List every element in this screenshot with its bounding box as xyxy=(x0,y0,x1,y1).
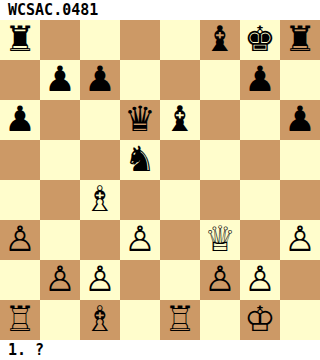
square-a8[interactable]: ♜ xyxy=(0,20,40,60)
square-f2[interactable]: ♙ xyxy=(200,260,240,300)
white-pawn-piece: ♙ xyxy=(284,220,315,259)
white-bishop-piece: ♗ xyxy=(84,180,115,219)
square-c4[interactable]: ♗ xyxy=(80,180,120,220)
square-g8[interactable]: ♚ xyxy=(240,20,280,60)
square-c5[interactable] xyxy=(80,140,120,180)
square-f8[interactable]: ♝ xyxy=(200,20,240,60)
square-a2[interactable] xyxy=(0,260,40,300)
square-c1[interactable]: ♗ xyxy=(80,300,120,340)
white-king-piece: ♔ xyxy=(244,300,275,339)
chess-app-window: WCSAC.0481 ♜♝♚♜♟♟♟♟♛♝♟♞♗♙♙♕♙♙♙♙♙♖♗♖♔ 1. … xyxy=(0,0,320,360)
black-rook-piece: ♜ xyxy=(284,20,315,59)
square-g7[interactable]: ♟ xyxy=(240,60,280,100)
black-bishop-piece: ♝ xyxy=(204,20,235,59)
square-d1[interactable] xyxy=(120,300,160,340)
white-pawn-piece: ♙ xyxy=(244,260,275,299)
black-pawn-piece: ♟ xyxy=(44,60,75,99)
black-pawn-piece: ♟ xyxy=(244,60,275,99)
square-g4[interactable] xyxy=(240,180,280,220)
square-c3[interactable] xyxy=(80,220,120,260)
square-e5[interactable] xyxy=(160,140,200,180)
square-b3[interactable] xyxy=(40,220,80,260)
square-a3[interactable]: ♙ xyxy=(0,220,40,260)
square-h7[interactable] xyxy=(280,60,320,100)
black-knight-piece: ♞ xyxy=(124,140,155,179)
square-f3[interactable]: ♕ xyxy=(200,220,240,260)
white-pawn-piece: ♙ xyxy=(44,260,75,299)
square-h3[interactable]: ♙ xyxy=(280,220,320,260)
black-pawn-piece: ♟ xyxy=(84,60,115,99)
white-pawn-piece: ♙ xyxy=(84,260,115,299)
black-pawn-piece: ♟ xyxy=(4,100,35,139)
square-d4[interactable] xyxy=(120,180,160,220)
square-c8[interactable] xyxy=(80,20,120,60)
square-h2[interactable] xyxy=(280,260,320,300)
square-e4[interactable] xyxy=(160,180,200,220)
square-d8[interactable] xyxy=(120,20,160,60)
square-b2[interactable]: ♙ xyxy=(40,260,80,300)
square-e7[interactable] xyxy=(160,60,200,100)
square-a4[interactable] xyxy=(0,180,40,220)
square-h8[interactable]: ♜ xyxy=(280,20,320,60)
square-b5[interactable] xyxy=(40,140,80,180)
square-a5[interactable] xyxy=(0,140,40,180)
square-f4[interactable] xyxy=(200,180,240,220)
square-b4[interactable] xyxy=(40,180,80,220)
square-a6[interactable]: ♟ xyxy=(0,100,40,140)
square-e2[interactable] xyxy=(160,260,200,300)
square-d7[interactable] xyxy=(120,60,160,100)
square-g3[interactable] xyxy=(240,220,280,260)
chess-board: ♜♝♚♜♟♟♟♟♛♝♟♞♗♙♙♕♙♙♙♙♙♖♗♖♔ xyxy=(0,20,320,340)
square-d3[interactable]: ♙ xyxy=(120,220,160,260)
square-e6[interactable]: ♝ xyxy=(160,100,200,140)
square-c7[interactable]: ♟ xyxy=(80,60,120,100)
white-queen-piece: ♕ xyxy=(204,220,235,259)
square-g1[interactable]: ♔ xyxy=(240,300,280,340)
square-g5[interactable] xyxy=(240,140,280,180)
square-f7[interactable] xyxy=(200,60,240,100)
black-bishop-piece: ♝ xyxy=(164,100,195,139)
puzzle-id-label: WCSAC.0481 xyxy=(0,0,320,20)
square-f1[interactable] xyxy=(200,300,240,340)
square-a7[interactable] xyxy=(0,60,40,100)
square-f5[interactable] xyxy=(200,140,240,180)
white-pawn-piece: ♙ xyxy=(124,220,155,259)
square-b7[interactable]: ♟ xyxy=(40,60,80,100)
square-h4[interactable] xyxy=(280,180,320,220)
square-h1[interactable] xyxy=(280,300,320,340)
white-pawn-piece: ♙ xyxy=(4,220,35,259)
square-e1[interactable]: ♖ xyxy=(160,300,200,340)
square-b1[interactable] xyxy=(40,300,80,340)
move-prompt-label: 1. ? xyxy=(0,340,320,360)
square-g2[interactable]: ♙ xyxy=(240,260,280,300)
square-d2[interactable] xyxy=(120,260,160,300)
square-c2[interactable]: ♙ xyxy=(80,260,120,300)
square-d6[interactable]: ♛ xyxy=(120,100,160,140)
white-bishop-piece: ♗ xyxy=(84,300,115,339)
square-d5[interactable]: ♞ xyxy=(120,140,160,180)
white-rook-piece: ♖ xyxy=(164,300,195,339)
square-h5[interactable] xyxy=(280,140,320,180)
white-rook-piece: ♖ xyxy=(4,300,35,339)
square-b8[interactable] xyxy=(40,20,80,60)
square-e8[interactable] xyxy=(160,20,200,60)
square-b6[interactable] xyxy=(40,100,80,140)
square-a1[interactable]: ♖ xyxy=(0,300,40,340)
white-pawn-piece: ♙ xyxy=(204,260,235,299)
square-c6[interactable] xyxy=(80,100,120,140)
black-rook-piece: ♜ xyxy=(4,20,35,59)
square-h6[interactable]: ♟ xyxy=(280,100,320,140)
black-king-piece: ♚ xyxy=(244,20,275,59)
black-pawn-piece: ♟ xyxy=(284,100,315,139)
square-g6[interactable] xyxy=(240,100,280,140)
square-f6[interactable] xyxy=(200,100,240,140)
square-e3[interactable] xyxy=(160,220,200,260)
black-queen-piece: ♛ xyxy=(124,100,155,139)
